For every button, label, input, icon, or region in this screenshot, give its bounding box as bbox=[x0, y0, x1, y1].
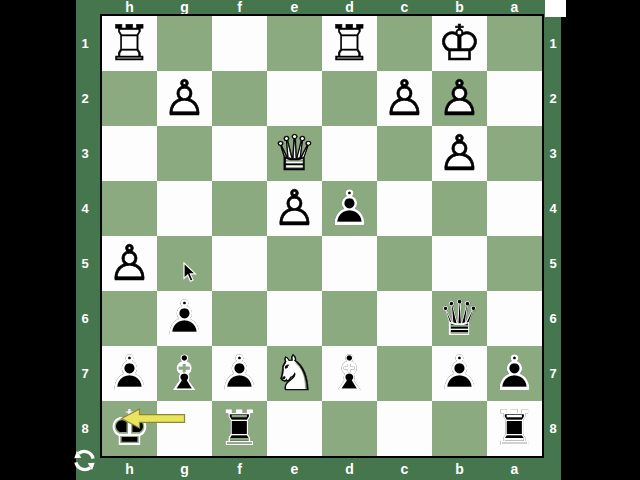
square-d4[interactable]: ♟♙ bbox=[322, 181, 377, 236]
file-labels-bottom: hgfedcba bbox=[102, 458, 542, 479]
piece-outline-layer: ♙ bbox=[157, 291, 212, 346]
square-e3[interactable]: ♛♕ bbox=[267, 126, 322, 181]
square-h6[interactable] bbox=[102, 291, 157, 346]
file-labels-top: hgfedcba bbox=[102, 0, 542, 13]
piece-outline-layer: ♙ bbox=[432, 71, 487, 126]
square-g7[interactable]: ♝♗ bbox=[157, 346, 212, 401]
file-label-d: d bbox=[322, 458, 377, 479]
piece-outline-layer: ♙ bbox=[102, 236, 157, 291]
rank-label-4: 4 bbox=[544, 181, 562, 236]
white-king[interactable]: ♚♔ bbox=[432, 16, 487, 71]
white-pawn[interactable]: ♟♙ bbox=[267, 181, 322, 236]
file-label-c: c bbox=[377, 0, 432, 15]
square-a6[interactable] bbox=[487, 291, 542, 346]
file-label-f: f bbox=[212, 0, 267, 15]
square-e6[interactable] bbox=[267, 291, 322, 346]
piece-outline-layer: ♔ bbox=[102, 401, 157, 456]
square-d5[interactable] bbox=[322, 236, 377, 291]
piece-outline-layer: ♙ bbox=[377, 71, 432, 126]
square-g8[interactable] bbox=[157, 401, 212, 456]
piece-outline-layer: ♖ bbox=[487, 401, 542, 456]
white-queen[interactable]: ♛♕ bbox=[267, 126, 322, 181]
black-bishop[interactable]: ♝♗ bbox=[322, 346, 377, 401]
square-c6[interactable] bbox=[377, 291, 432, 346]
square-a4[interactable] bbox=[487, 181, 542, 236]
file-label-b: b bbox=[432, 458, 487, 479]
rank-label-6: 6 bbox=[544, 291, 562, 346]
square-c8[interactable] bbox=[377, 401, 432, 456]
square-f8[interactable]: ♜♖ bbox=[212, 401, 267, 456]
square-d3[interactable] bbox=[322, 126, 377, 181]
square-d8[interactable] bbox=[322, 401, 377, 456]
square-c5[interactable] bbox=[377, 236, 432, 291]
file-label-f: f bbox=[212, 458, 267, 479]
file-label-a: a bbox=[487, 0, 542, 15]
flip-board-button[interactable] bbox=[72, 448, 97, 473]
white-pawn[interactable]: ♟♙ bbox=[432, 126, 487, 181]
rank-label-6: 6 bbox=[74, 291, 96, 346]
file-label-g: g bbox=[157, 458, 212, 479]
square-f5[interactable] bbox=[212, 236, 267, 291]
black-pawn[interactable]: ♟♙ bbox=[212, 346, 267, 401]
piece-outline-layer: ♙ bbox=[432, 346, 487, 401]
square-a2[interactable] bbox=[487, 71, 542, 126]
chess-board: ♜♖♜♖♚♔♟♙♟♙♟♙♛♕♟♙♟♙♟♙♟♙♟♙♛♕♟♙♝♗♟♙♞♘♝♗♟♙♟♙… bbox=[100, 14, 544, 458]
square-f6[interactable] bbox=[212, 291, 267, 346]
file-label-h: h bbox=[102, 0, 157, 15]
square-d2[interactable] bbox=[322, 71, 377, 126]
white-rook[interactable]: ♜♖ bbox=[322, 16, 377, 71]
square-d1[interactable]: ♜♖ bbox=[322, 16, 377, 71]
rank-label-7: 7 bbox=[544, 346, 562, 401]
file-label-c: c bbox=[377, 458, 432, 479]
rank-labels-left: 12345678 bbox=[74, 16, 96, 456]
corner-white-square bbox=[545, 0, 566, 17]
square-a8[interactable]: ♜♖ bbox=[487, 401, 542, 456]
square-g5[interactable] bbox=[157, 236, 212, 291]
square-e8[interactable] bbox=[267, 401, 322, 456]
black-pawn[interactable]: ♟♙ bbox=[102, 346, 157, 401]
piece-outline-layer: ♗ bbox=[322, 346, 377, 401]
file-label-a: a bbox=[487, 458, 542, 479]
square-a5[interactable] bbox=[487, 236, 542, 291]
piece-outline-layer: ♔ bbox=[432, 16, 487, 71]
square-b6[interactable]: ♛♕ bbox=[432, 291, 487, 346]
white-pawn[interactable]: ♟♙ bbox=[157, 71, 212, 126]
square-f2[interactable] bbox=[212, 71, 267, 126]
rank-label-5: 5 bbox=[544, 236, 562, 291]
black-pawn[interactable]: ♟♙ bbox=[487, 346, 542, 401]
square-g2[interactable]: ♟♙ bbox=[157, 71, 212, 126]
square-b5[interactable] bbox=[432, 236, 487, 291]
square-h4[interactable] bbox=[102, 181, 157, 236]
file-label-h: h bbox=[102, 458, 157, 479]
white-pawn[interactable]: ♟♙ bbox=[102, 236, 157, 291]
square-b7[interactable]: ♟♙ bbox=[432, 346, 487, 401]
square-f3[interactable] bbox=[212, 126, 267, 181]
square-h3[interactable] bbox=[102, 126, 157, 181]
file-label-e: e bbox=[267, 458, 322, 479]
file-label-b: b bbox=[432, 0, 487, 15]
square-f1[interactable] bbox=[212, 16, 267, 71]
square-c1[interactable] bbox=[377, 16, 432, 71]
square-a3[interactable] bbox=[487, 126, 542, 181]
piece-outline-layer: ♙ bbox=[487, 346, 542, 401]
piece-outline-layer: ♙ bbox=[102, 346, 157, 401]
rank-label-3: 3 bbox=[544, 126, 562, 181]
black-bishop[interactable]: ♝♗ bbox=[157, 346, 212, 401]
black-queen[interactable]: ♛♕ bbox=[432, 291, 487, 346]
square-e2[interactable] bbox=[267, 71, 322, 126]
piece-outline-layer: ♖ bbox=[212, 401, 267, 456]
square-b8[interactable] bbox=[432, 401, 487, 456]
square-b2[interactable]: ♟♙ bbox=[432, 71, 487, 126]
black-pawn[interactable]: ♟♙ bbox=[322, 181, 377, 236]
rank-label-8: 8 bbox=[544, 401, 562, 456]
piece-outline-layer: ♙ bbox=[157, 71, 212, 126]
square-c3[interactable] bbox=[377, 126, 432, 181]
white-knight[interactable]: ♞♘ bbox=[267, 346, 322, 401]
rank-label-2: 2 bbox=[74, 71, 96, 126]
rank-label-5: 5 bbox=[74, 236, 96, 291]
black-rook[interactable]: ♜♖ bbox=[212, 401, 267, 456]
piece-outline-layer: ♙ bbox=[322, 181, 377, 236]
piece-outline-layer: ♖ bbox=[102, 16, 157, 71]
piece-outline-layer: ♕ bbox=[432, 291, 487, 346]
black-rook[interactable]: ♜♖ bbox=[487, 401, 542, 456]
square-b4[interactable] bbox=[432, 181, 487, 236]
square-a1[interactable] bbox=[487, 16, 542, 71]
square-c2[interactable]: ♟♙ bbox=[377, 71, 432, 126]
square-f7[interactable]: ♟♙ bbox=[212, 346, 267, 401]
rank-label-1: 1 bbox=[74, 16, 96, 71]
square-h7[interactable]: ♟♙ bbox=[102, 346, 157, 401]
square-g3[interactable] bbox=[157, 126, 212, 181]
square-d7[interactable]: ♝♗ bbox=[322, 346, 377, 401]
rank-label-4: 4 bbox=[74, 181, 96, 236]
file-label-d: d bbox=[322, 0, 377, 15]
piece-outline-layer: ♗ bbox=[157, 346, 212, 401]
square-d6[interactable] bbox=[322, 291, 377, 346]
piece-outline-layer: ♘ bbox=[267, 346, 322, 401]
piece-outline-layer: ♙ bbox=[432, 126, 487, 181]
square-a7[interactable]: ♟♙ bbox=[487, 346, 542, 401]
white-pawn[interactable]: ♟♙ bbox=[432, 71, 487, 126]
flip-board-icon bbox=[72, 448, 97, 473]
white-pawn[interactable]: ♟♙ bbox=[377, 71, 432, 126]
square-b3[interactable]: ♟♙ bbox=[432, 126, 487, 181]
piece-outline-layer: ♕ bbox=[267, 126, 322, 181]
square-e4[interactable]: ♟♙ bbox=[267, 181, 322, 236]
piece-outline-layer: ♖ bbox=[322, 16, 377, 71]
square-c4[interactable] bbox=[377, 181, 432, 236]
square-h5[interactable]: ♟♙ bbox=[102, 236, 157, 291]
square-h2[interactable] bbox=[102, 71, 157, 126]
square-g4[interactable] bbox=[157, 181, 212, 236]
file-label-g: g bbox=[157, 0, 212, 15]
black-pawn[interactable]: ♟♙ bbox=[432, 346, 487, 401]
file-label-e: e bbox=[267, 0, 322, 15]
rank-label-2: 2 bbox=[544, 71, 562, 126]
rank-label-7: 7 bbox=[74, 346, 96, 401]
square-b1[interactable]: ♚♔ bbox=[432, 16, 487, 71]
rank-label-1: 1 bbox=[544, 16, 562, 71]
piece-outline-layer: ♙ bbox=[212, 346, 267, 401]
black-pawn[interactable]: ♟♙ bbox=[157, 291, 212, 346]
app-window: hgfedcba hgfedcba 12345678 12345678 ♜♖♜♖… bbox=[0, 0, 640, 480]
rank-label-3: 3 bbox=[74, 126, 96, 181]
square-e7[interactable]: ♞♘ bbox=[267, 346, 322, 401]
square-f4[interactable] bbox=[212, 181, 267, 236]
square-g6[interactable]: ♟♙ bbox=[157, 291, 212, 346]
white-rook[interactable]: ♜♖ bbox=[102, 16, 157, 71]
square-h1[interactable]: ♜♖ bbox=[102, 16, 157, 71]
square-e5[interactable] bbox=[267, 236, 322, 291]
square-e1[interactable] bbox=[267, 16, 322, 71]
rank-labels-right: 12345678 bbox=[544, 16, 562, 456]
square-g1[interactable] bbox=[157, 16, 212, 71]
square-c7[interactable] bbox=[377, 346, 432, 401]
square-h8[interactable]: ♚♔ bbox=[102, 401, 157, 456]
black-king[interactable]: ♚♔ bbox=[102, 401, 157, 456]
piece-outline-layer: ♙ bbox=[267, 181, 322, 236]
